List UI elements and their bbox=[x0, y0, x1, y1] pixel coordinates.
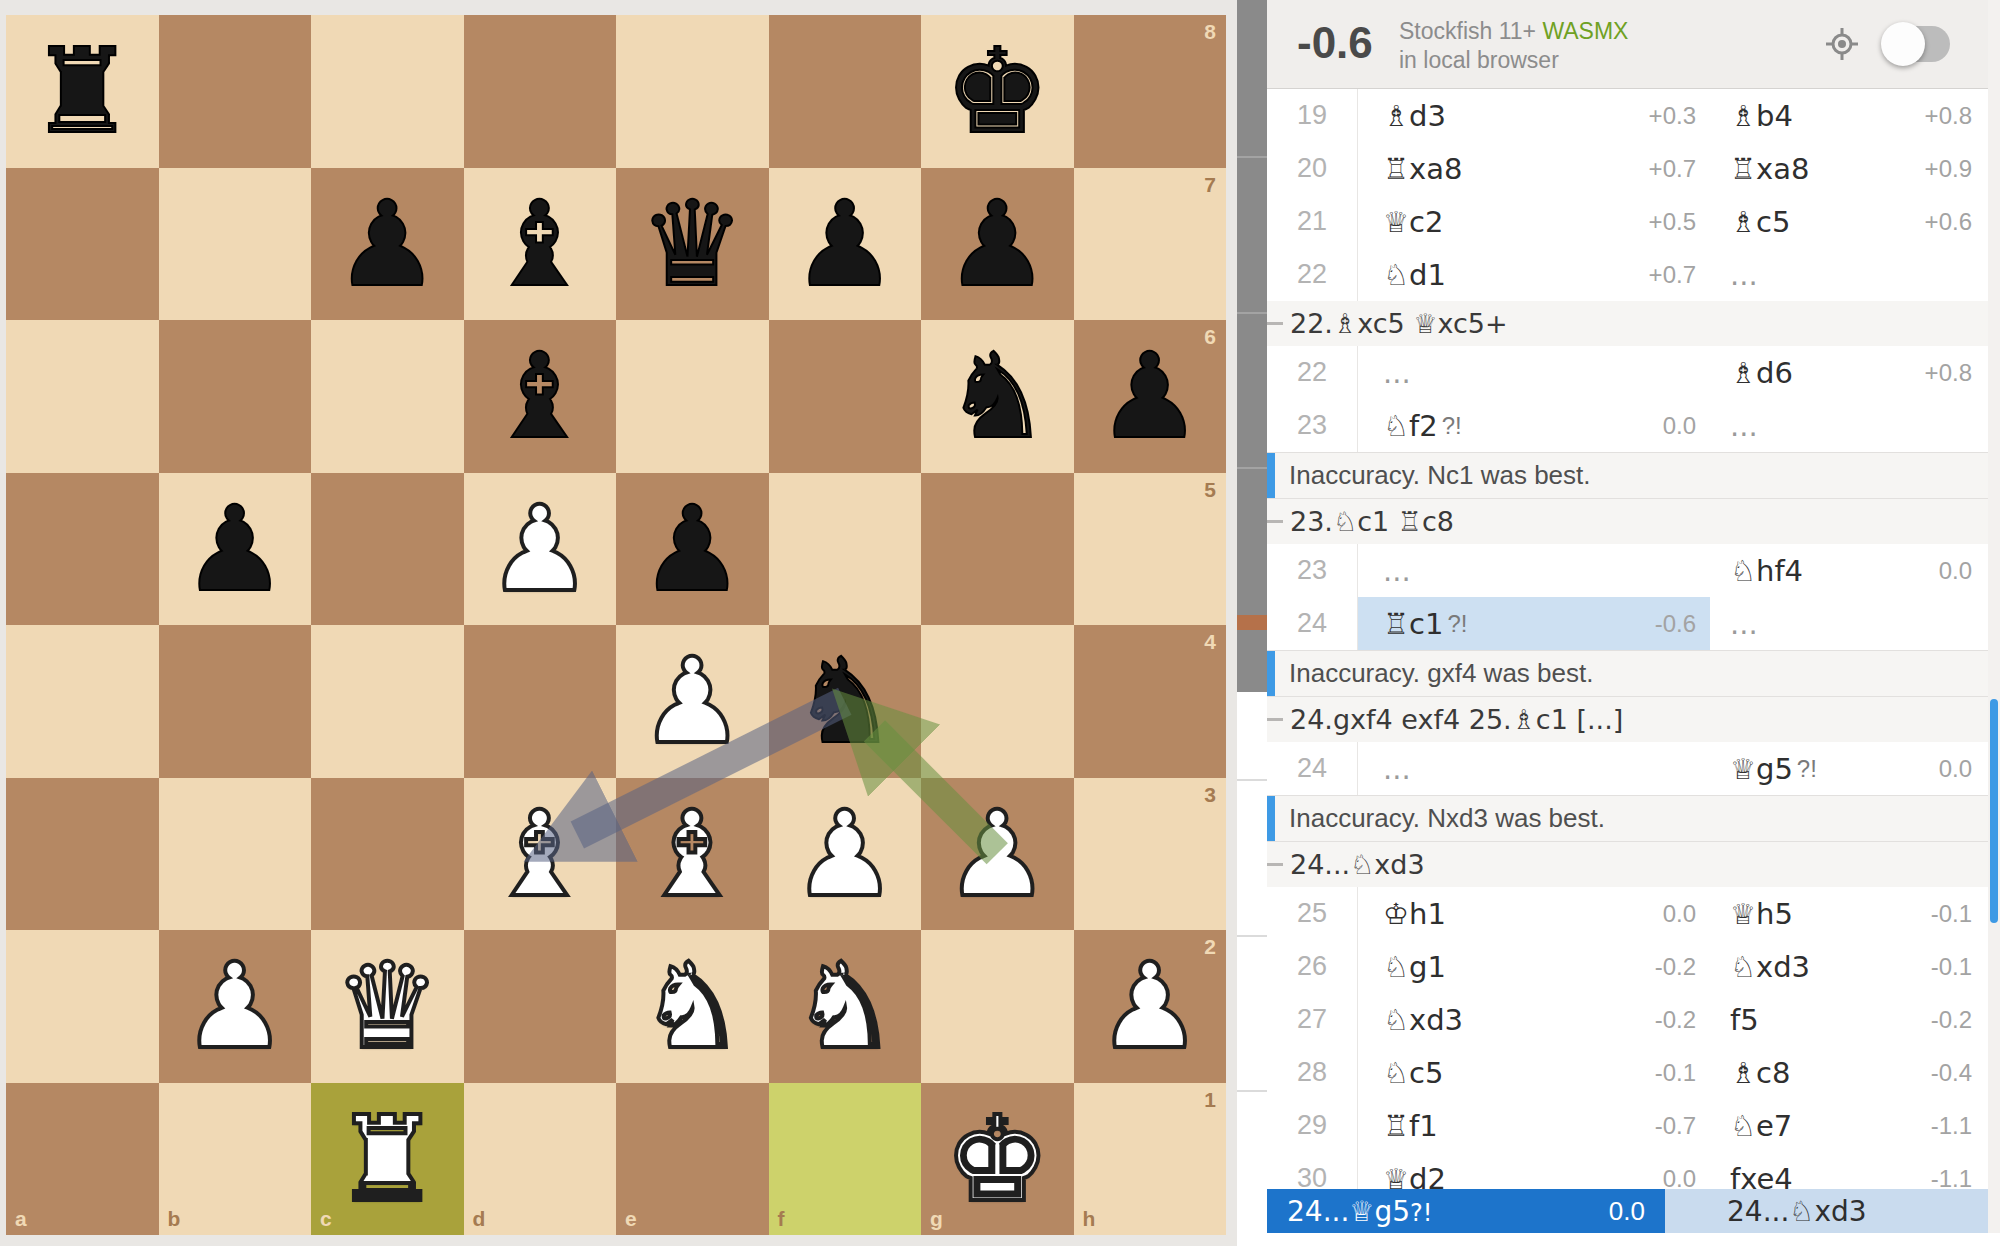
move-row-21: 21♕c2+0.5♗c5+0.6 bbox=[1267, 195, 1988, 248]
square-h8[interactable]: 8 bbox=[1074, 15, 1227, 168]
move-cell-white[interactable]: ♖c1?!-0.6 bbox=[1358, 597, 1710, 650]
move-san: ... bbox=[1383, 356, 1411, 390]
selected-variation-tab[interactable]: 24...♕g5?! 0.0 bbox=[1267, 1189, 1665, 1233]
variation-dash bbox=[1267, 322, 1283, 325]
rank-label-2: 2 bbox=[1204, 935, 1216, 959]
move-cell-black[interactable]: ♘e7-1.1 bbox=[1710, 1099, 1988, 1152]
move-san: ♘xd3 bbox=[1383, 1003, 1463, 1037]
move-list[interactable]: 19♗d3+0.3♗b4+0.820♖xa8+0.7♖xa8+0.921♕c2+… bbox=[1267, 89, 1988, 1233]
square-c1[interactable]: ♜c bbox=[311, 1083, 464, 1236]
move-cell-black[interactable]: ♘xd3-0.1 bbox=[1710, 940, 1988, 993]
move-number: 20 bbox=[1267, 142, 1358, 195]
file-label-h: h bbox=[1083, 1207, 1096, 1231]
square-d2[interactable] bbox=[464, 930, 617, 1083]
variation-text: 23.♘c1 ♖c8 bbox=[1290, 506, 1454, 537]
comment-accent-bar bbox=[1267, 796, 1275, 841]
square-e8[interactable] bbox=[616, 15, 769, 168]
rank-label-7: 7 bbox=[1204, 173, 1216, 197]
move-row-24: 24...♕g5?!0.0 bbox=[1267, 742, 1988, 795]
move-san: ♗c5 bbox=[1730, 205, 1790, 239]
move-eval: 0.0 bbox=[1939, 755, 1972, 783]
gauge-tick bbox=[1237, 1090, 1267, 1092]
move-cell-black[interactable]: ♘hf40.0 bbox=[1710, 544, 1988, 597]
move-number: 28 bbox=[1267, 1046, 1358, 1099]
move-eval: -0.1 bbox=[1931, 900, 1972, 928]
move-cell-black[interactable]: ... bbox=[1710, 597, 1988, 650]
square-d7[interactable]: ♝ bbox=[464, 168, 617, 321]
practice-target-icon[interactable] bbox=[1826, 28, 1858, 60]
variation-dash bbox=[1267, 863, 1283, 866]
gauge-midline bbox=[1237, 615, 1267, 630]
move-nag: ?! bbox=[1797, 755, 1817, 783]
move-san: ... bbox=[1383, 554, 1411, 588]
white-piece-q-c2[interactable]: ♛ bbox=[334, 947, 440, 1065]
gauge-tick bbox=[1237, 156, 1267, 158]
square-f4[interactable]: ♞ bbox=[769, 625, 922, 778]
move-cell-black[interactable]: ♖xa8+0.9 bbox=[1710, 142, 1988, 195]
move-nag: ?! bbox=[1447, 610, 1467, 638]
move-number: 23 bbox=[1267, 399, 1358, 452]
square-b7[interactable] bbox=[159, 168, 312, 321]
move-eval: -0.7 bbox=[1655, 1112, 1696, 1140]
black-piece-p-g7[interactable]: ♟ bbox=[944, 185, 1050, 303]
move-eval: 0.0 bbox=[1939, 557, 1972, 585]
square-a6[interactable] bbox=[6, 320, 159, 473]
gauge-tick bbox=[1237, 312, 1267, 314]
white-piece-p-e4[interactable]: ♟ bbox=[639, 642, 745, 760]
square-e5[interactable]: ♟ bbox=[616, 473, 769, 626]
move-eval: -0.2 bbox=[1655, 953, 1696, 981]
square-d8[interactable] bbox=[464, 15, 617, 168]
engine-toggle[interactable] bbox=[1884, 26, 1950, 62]
square-b3[interactable] bbox=[159, 778, 312, 931]
variation-text: 22.♗xc5 ♕xc5+ bbox=[1290, 308, 1508, 339]
move-cell-black[interactable]: ... bbox=[1710, 248, 1988, 301]
move-eval: 0.0 bbox=[1663, 412, 1696, 440]
move-san: ... bbox=[1730, 258, 1758, 292]
move-san: ♘hf4 bbox=[1730, 554, 1803, 588]
file-label-b: b bbox=[168, 1207, 181, 1231]
move-cell-white[interactable]: ... bbox=[1358, 742, 1710, 795]
square-c3[interactable] bbox=[311, 778, 464, 931]
square-e6[interactable] bbox=[616, 320, 769, 473]
move-row-23: 23...♘hf40.0 bbox=[1267, 544, 1988, 597]
move-san: ♗d3 bbox=[1383, 99, 1446, 133]
move-row-20: 20♖xa8+0.7♖xa8+0.9 bbox=[1267, 142, 1988, 195]
rank-label-8: 8 bbox=[1204, 20, 1216, 44]
rank-label-6: 6 bbox=[1204, 325, 1216, 349]
move-san: ♗b4 bbox=[1730, 99, 1793, 133]
scrollbar-track[interactable] bbox=[1988, 0, 2000, 1233]
move-eval: 0.0 bbox=[1663, 900, 1696, 928]
white-piece-r-c1[interactable]: ♜ bbox=[334, 1100, 440, 1218]
move-cell-black[interactable]: f5-0.2 bbox=[1710, 993, 1988, 1046]
move-san: ♖c1 bbox=[1383, 607, 1443, 641]
move-san: ♘g1 bbox=[1383, 950, 1446, 984]
square-f5[interactable] bbox=[769, 473, 922, 626]
variation-bottom-bar: 24...♕g5?! 0.0 24...♘xd3 bbox=[1267, 1189, 1988, 1233]
variation-text: 24...♘xd3 bbox=[1290, 849, 1425, 880]
comment-text: Inaccuracy. gxf4 was best. bbox=[1289, 658, 1593, 689]
square-a7[interactable] bbox=[6, 168, 159, 321]
move-san: ♗d6 bbox=[1730, 356, 1793, 390]
file-label-f: f bbox=[778, 1207, 785, 1231]
move-eval: -0.1 bbox=[1931, 953, 1972, 981]
black-piece-n-g6[interactable]: ♞ bbox=[944, 337, 1050, 455]
square-d4[interactable] bbox=[464, 625, 617, 778]
move-number: 24 bbox=[1267, 742, 1358, 795]
move-san: ♘d1 bbox=[1383, 258, 1446, 292]
square-f1[interactable]: f bbox=[769, 1083, 922, 1236]
square-h6[interactable]: ♟6 bbox=[1074, 320, 1227, 473]
comment-accent-bar bbox=[1267, 453, 1275, 498]
black-piece-p-f7[interactable]: ♟ bbox=[792, 185, 898, 303]
square-f6[interactable] bbox=[769, 320, 922, 473]
black-piece-p-c7[interactable]: ♟ bbox=[334, 185, 440, 303]
variation-dash bbox=[1267, 520, 1283, 523]
move-eval: -0.2 bbox=[1655, 1006, 1696, 1034]
square-b8[interactable] bbox=[159, 15, 312, 168]
file-label-d: d bbox=[473, 1207, 486, 1231]
selected-eval: 0.0 bbox=[1609, 1196, 1645, 1227]
move-number: 19 bbox=[1267, 89, 1358, 142]
move-san: ♖f1 bbox=[1383, 1109, 1438, 1143]
move-san: ♔h1 bbox=[1383, 897, 1446, 931]
variation-dash bbox=[1267, 718, 1283, 721]
selected-nag: ?! bbox=[1410, 1199, 1432, 1227]
move-row-25: 25♔h10.0♕h5-0.1 bbox=[1267, 887, 1988, 940]
square-h7[interactable]: 7 bbox=[1074, 168, 1227, 321]
white-piece-n-e2[interactable]: ♞ bbox=[639, 947, 745, 1065]
alternative-move: 24...♘xd3 bbox=[1727, 1195, 1867, 1228]
rank-label-1: 1 bbox=[1204, 1088, 1216, 1112]
gauge-black-portion bbox=[1237, 0, 1267, 692]
square-g6[interactable]: ♞ bbox=[921, 320, 1074, 473]
square-c4[interactable] bbox=[311, 625, 464, 778]
variation-line[interactable]: 22.♗xc5 ♕xc5+ bbox=[1267, 301, 1988, 346]
square-b1[interactable]: b bbox=[159, 1083, 312, 1236]
engine-location: in local browser bbox=[1399, 47, 1559, 73]
move-number: 24 bbox=[1267, 597, 1358, 650]
white-piece-b-d3[interactable]: ♝ bbox=[487, 795, 593, 913]
move-san: ♗c8 bbox=[1730, 1056, 1790, 1090]
move-eval: +0.6 bbox=[1925, 208, 1972, 236]
black-piece-p-h6[interactable]: ♟ bbox=[1097, 337, 1203, 455]
rank-label-3: 3 bbox=[1204, 783, 1216, 807]
move-row-23: 23♘f2?!0.0... bbox=[1267, 399, 1988, 452]
square-a5[interactable] bbox=[6, 473, 159, 626]
move-eval: +0.8 bbox=[1925, 359, 1972, 387]
move-san: ♖xa8 bbox=[1730, 152, 1809, 186]
square-h2[interactable]: ♟2 bbox=[1074, 930, 1227, 1083]
square-e1[interactable]: e bbox=[616, 1083, 769, 1236]
move-cell-white[interactable]: ♖f1-0.7 bbox=[1358, 1099, 1710, 1152]
file-label-a: a bbox=[15, 1207, 27, 1231]
square-a4[interactable] bbox=[6, 625, 159, 778]
square-b6[interactable] bbox=[159, 320, 312, 473]
square-e7[interactable]: ♛ bbox=[616, 168, 769, 321]
move-eval: -0.6 bbox=[1655, 610, 1696, 638]
move-cell-white[interactable]: ♗d3+0.3 bbox=[1358, 89, 1710, 142]
square-d3[interactable]: ♝ bbox=[464, 778, 617, 931]
black-piece-b-d7[interactable]: ♝ bbox=[487, 185, 593, 303]
square-c5[interactable] bbox=[311, 473, 464, 626]
square-f7[interactable]: ♟ bbox=[769, 168, 922, 321]
chess-board[interactable]: ♜♚8♟♝♛♟♟7♝♞♟6♟♟♟5♟♞4♝♝♟♟3♟♛♞♞♟2ab♜cdef♚g… bbox=[6, 15, 1226, 1235]
move-san: ♕h5 bbox=[1730, 897, 1793, 931]
move-row-22: 22...♗d6+0.8 bbox=[1267, 346, 1988, 399]
variation-line[interactable]: 24.gxf4 exf4 25.♗c1 [...] bbox=[1267, 697, 1988, 742]
move-eval: +0.9 bbox=[1925, 155, 1972, 183]
move-cell-black[interactable]: ♕g5?!0.0 bbox=[1710, 742, 1988, 795]
black-piece-k-g8[interactable]: ♚ bbox=[944, 32, 1050, 150]
move-san: ♘e7 bbox=[1730, 1109, 1792, 1143]
variation-line[interactable]: 24...♘xd3 bbox=[1267, 842, 1988, 887]
gauge-tick bbox=[1237, 779, 1267, 781]
move-cell-black[interactable]: ... bbox=[1710, 399, 1988, 452]
move-san: ♘xd3 bbox=[1730, 950, 1810, 984]
judgment-comment: Inaccuracy. gxf4 was best. bbox=[1267, 650, 1988, 697]
move-san: ... bbox=[1730, 607, 1758, 641]
move-eval: -0.4 bbox=[1931, 1059, 1972, 1087]
square-g4[interactable] bbox=[921, 625, 1074, 778]
move-eval: +0.7 bbox=[1649, 155, 1696, 183]
move-cell-white[interactable]: ♘xd3-0.2 bbox=[1358, 993, 1710, 1046]
square-c8[interactable] bbox=[311, 15, 464, 168]
move-cell-white[interactable]: ♘f2?!0.0 bbox=[1358, 399, 1710, 452]
move-cell-white[interactable]: ... bbox=[1358, 346, 1710, 399]
square-g2[interactable] bbox=[921, 930, 1074, 1083]
square-g7[interactable]: ♟ bbox=[921, 168, 1074, 321]
move-san: ♘f2 bbox=[1383, 409, 1438, 443]
square-d6[interactable]: ♝ bbox=[464, 320, 617, 473]
square-g8[interactable]: ♚ bbox=[921, 15, 1074, 168]
move-cell-white[interactable]: ♘d1+0.7 bbox=[1358, 248, 1710, 301]
evaluation-gauge bbox=[1237, 0, 1267, 1246]
white-piece-p-b2[interactable]: ♟ bbox=[182, 947, 288, 1065]
square-a2[interactable] bbox=[6, 930, 159, 1083]
move-eval: +0.5 bbox=[1649, 208, 1696, 236]
move-san: f5 bbox=[1730, 1003, 1759, 1037]
square-b2[interactable]: ♟ bbox=[159, 930, 312, 1083]
square-g1[interactable]: ♚g bbox=[921, 1083, 1074, 1236]
move-cell-black[interactable]: ♗c8-0.4 bbox=[1710, 1046, 1988, 1099]
engine-eval: -0.6 bbox=[1297, 0, 1373, 88]
black-piece-n-f4[interactable]: ♞ bbox=[792, 642, 898, 760]
square-h1[interactable]: 1h bbox=[1074, 1083, 1227, 1236]
square-g3[interactable]: ♟ bbox=[921, 778, 1074, 931]
move-eval: +0.3 bbox=[1649, 102, 1696, 130]
move-number: 22 bbox=[1267, 248, 1358, 301]
square-b5[interactable]: ♟ bbox=[159, 473, 312, 626]
variation-text: 24.gxf4 exf4 25.♗c1 [...] bbox=[1290, 704, 1623, 735]
engine-name: Stockfish 11+ WASMX in local browser bbox=[1399, 17, 1628, 75]
square-e3[interactable]: ♝ bbox=[616, 778, 769, 931]
file-label-c: c bbox=[320, 1207, 332, 1231]
white-piece-k-g1[interactable]: ♚ bbox=[944, 1100, 1050, 1218]
move-row-26: 26♘g1-0.2♘xd3-0.1 bbox=[1267, 940, 1988, 993]
white-piece-n-f2[interactable]: ♞ bbox=[792, 947, 898, 1065]
file-label-g: g bbox=[930, 1207, 943, 1231]
square-d1[interactable]: d bbox=[464, 1083, 617, 1236]
square-f2[interactable]: ♞ bbox=[769, 930, 922, 1083]
square-d5[interactable]: ♟ bbox=[464, 473, 617, 626]
square-c6[interactable] bbox=[311, 320, 464, 473]
square-b4[interactable] bbox=[159, 625, 312, 778]
white-piece-p-f3[interactable]: ♟ bbox=[792, 795, 898, 913]
move-san: ♕c2 bbox=[1383, 205, 1443, 239]
move-eval: -0.1 bbox=[1655, 1059, 1696, 1087]
rank-label-4: 4 bbox=[1204, 630, 1216, 654]
move-san: ♕g5 bbox=[1730, 752, 1793, 786]
move-cell-black[interactable]: ♕h5-0.1 bbox=[1710, 887, 1988, 940]
move-row-27: 27♘xd3-0.2f5-0.2 bbox=[1267, 993, 1988, 1046]
move-number: 26 bbox=[1267, 940, 1358, 993]
move-row-28: 28♘c5-0.1♗c8-0.4 bbox=[1267, 1046, 1988, 1099]
black-piece-r-a8[interactable]: ♜ bbox=[29, 32, 135, 150]
move-cell-white[interactable]: ♘g1-0.2 bbox=[1358, 940, 1710, 993]
move-row-24: 24♖c1?!-0.6... bbox=[1267, 597, 1988, 650]
move-eval: +0.8 bbox=[1925, 102, 1972, 130]
gauge-tick bbox=[1237, 935, 1267, 937]
white-piece-b-e3[interactable]: ♝ bbox=[639, 795, 745, 913]
square-c2[interactable]: ♛ bbox=[311, 930, 464, 1083]
engine-badge: WASMX bbox=[1542, 18, 1628, 44]
square-f8[interactable] bbox=[769, 15, 922, 168]
move-number: 23 bbox=[1267, 544, 1358, 597]
square-g5[interactable] bbox=[921, 473, 1074, 626]
rank-label-5: 5 bbox=[1204, 478, 1216, 502]
move-row-29: 29♖f1-0.7♘e7-1.1 bbox=[1267, 1099, 1988, 1152]
square-c7[interactable]: ♟ bbox=[311, 168, 464, 321]
square-a1[interactable]: a bbox=[6, 1083, 159, 1236]
judgment-comment: Inaccuracy. Nc1 was best. bbox=[1267, 452, 1988, 499]
move-number: 29 bbox=[1267, 1099, 1358, 1152]
move-cell-black[interactable]: ♗b4+0.8 bbox=[1710, 89, 1988, 142]
square-f3[interactable]: ♟ bbox=[769, 778, 922, 931]
move-san: ♖xa8 bbox=[1383, 152, 1462, 186]
square-e2[interactable]: ♞ bbox=[616, 930, 769, 1083]
scrollbar-thumb[interactable] bbox=[1990, 699, 1998, 923]
white-piece-p-d5[interactable]: ♟ bbox=[487, 490, 593, 608]
move-san: ... bbox=[1730, 409, 1758, 443]
move-san: ♘c5 bbox=[1383, 1056, 1443, 1090]
comment-text: Inaccuracy. Nxd3 was best. bbox=[1289, 803, 1605, 834]
engine-header: -0.6 Stockfish 11+ WASMX in local browse… bbox=[1267, 0, 1988, 89]
move-row-19: 19♗d3+0.3♗b4+0.8 bbox=[1267, 89, 1988, 142]
white-piece-p-g3[interactable]: ♟ bbox=[944, 795, 1050, 913]
move-cell-white[interactable]: ♔h10.0 bbox=[1358, 887, 1710, 940]
move-cell-white[interactable]: ♘c5-0.1 bbox=[1358, 1046, 1710, 1099]
white-piece-p-h2[interactable]: ♟ bbox=[1097, 947, 1203, 1065]
square-h4[interactable]: 4 bbox=[1074, 625, 1227, 778]
selected-move: 24...♕g5 bbox=[1287, 1195, 1410, 1228]
move-cell-white[interactable]: ♖xa8+0.7 bbox=[1358, 142, 1710, 195]
black-piece-b-d6[interactable]: ♝ bbox=[487, 337, 593, 455]
move-number: 27 bbox=[1267, 993, 1358, 1046]
square-h5[interactable]: 5 bbox=[1074, 473, 1227, 626]
move-nag: ?! bbox=[1442, 412, 1462, 440]
comment-text: Inaccuracy. Nc1 was best. bbox=[1289, 460, 1591, 491]
square-h3[interactable]: 3 bbox=[1074, 778, 1227, 931]
comment-accent-bar bbox=[1267, 651, 1275, 696]
move-cell-black[interactable]: ♗d6+0.8 bbox=[1710, 346, 1988, 399]
move-number: 25 bbox=[1267, 887, 1358, 940]
black-piece-q-e7[interactable]: ♛ bbox=[639, 185, 745, 303]
gauge-tick bbox=[1237, 467, 1267, 469]
analysis-panel: -0.6 Stockfish 11+ WASMX in local browse… bbox=[1267, 0, 2000, 1246]
move-eval: +0.7 bbox=[1649, 261, 1696, 289]
judgment-comment: Inaccuracy. Nxd3 was best. bbox=[1267, 795, 1988, 842]
square-e4[interactable]: ♟ bbox=[616, 625, 769, 778]
move-cell-white[interactable]: ♕c2+0.5 bbox=[1358, 195, 1710, 248]
variation-line[interactable]: 23.♘c1 ♖c8 bbox=[1267, 499, 1988, 544]
move-san: ... bbox=[1383, 752, 1411, 786]
move-cell-white[interactable]: ... bbox=[1358, 544, 1710, 597]
move-eval: -1.1 bbox=[1931, 1112, 1972, 1140]
move-row-22: 22♘d1+0.7... bbox=[1267, 248, 1988, 301]
move-eval: -0.2 bbox=[1931, 1006, 1972, 1034]
black-piece-p-e5[interactable]: ♟ bbox=[639, 490, 745, 608]
square-a8[interactable]: ♜ bbox=[6, 15, 159, 168]
move-cell-black[interactable]: ♗c5+0.6 bbox=[1710, 195, 1988, 248]
square-a3[interactable] bbox=[6, 778, 159, 931]
alternative-variation-tab[interactable]: 24...♘xd3 bbox=[1665, 1189, 1988, 1233]
black-piece-p-b5[interactable]: ♟ bbox=[182, 490, 288, 608]
engine-toggle-knob[interactable] bbox=[1881, 22, 1925, 66]
move-number: 21 bbox=[1267, 195, 1358, 248]
move-number: 22 bbox=[1267, 346, 1358, 399]
file-label-e: e bbox=[625, 1207, 637, 1231]
